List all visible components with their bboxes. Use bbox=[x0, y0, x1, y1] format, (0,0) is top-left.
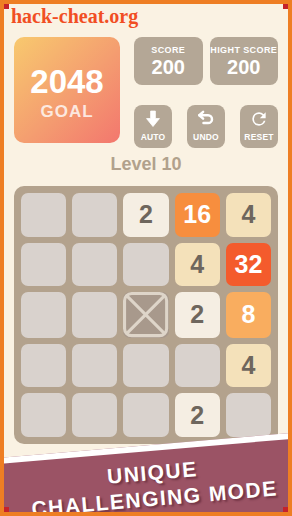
tile-2: 2 bbox=[175, 393, 220, 437]
high-score-label: HIGHT SCORE bbox=[210, 45, 277, 55]
tile-4: 4 bbox=[226, 344, 271, 388]
goal-label: GOAL bbox=[40, 102, 93, 122]
score-value: 200 bbox=[152, 56, 185, 78]
empty-cell bbox=[123, 393, 168, 437]
reset-button[interactable]: RESET bbox=[240, 105, 278, 148]
tile-32: 32 bbox=[226, 243, 271, 287]
empty-cell bbox=[72, 193, 117, 237]
empty-cell bbox=[72, 344, 117, 388]
header-right: SCORE 200 HIGHT SCORE 200 AUTO bbox=[134, 37, 278, 148]
tile-16: 16 bbox=[175, 193, 220, 237]
board[interactable]: 21644322842 bbox=[14, 186, 278, 444]
score-box: SCORE 200 bbox=[134, 37, 203, 85]
empty-cell bbox=[21, 344, 66, 388]
score-row: SCORE 200 HIGHT SCORE 200 bbox=[134, 37, 278, 85]
empty-cell bbox=[175, 344, 220, 388]
header: 2048 GOAL SCORE 200 HIGHT SCORE 200 bbox=[14, 37, 278, 148]
empty-cell bbox=[21, 393, 66, 437]
auto-button-label: AUTO bbox=[141, 132, 166, 142]
corner-marker bbox=[0, 0, 9, 9]
empty-cell bbox=[226, 393, 271, 437]
high-score-box: HIGHT SCORE 200 bbox=[210, 37, 279, 85]
blocked-cell bbox=[123, 292, 168, 337]
tile-4: 4 bbox=[226, 193, 271, 237]
goal-tile: 2048 GOAL bbox=[14, 37, 120, 143]
empty-cell bbox=[21, 193, 66, 237]
corner-marker bbox=[283, 0, 292, 9]
undo-arrow-icon bbox=[196, 109, 216, 129]
tile-2: 2 bbox=[123, 193, 168, 237]
goal-value: 2048 bbox=[30, 65, 103, 98]
level-indicator: Level 10 bbox=[4, 154, 288, 175]
tile-4: 4 bbox=[175, 243, 220, 287]
reset-arrow-icon bbox=[249, 109, 269, 129]
empty-cell bbox=[123, 344, 168, 388]
empty-cell bbox=[72, 292, 117, 337]
empty-cell bbox=[21, 292, 66, 337]
arrow-down-icon bbox=[143, 109, 163, 129]
empty-cell bbox=[72, 393, 117, 437]
reset-button-label: RESET bbox=[244, 132, 273, 142]
empty-cell bbox=[123, 243, 168, 287]
score-label: SCORE bbox=[151, 45, 185, 55]
app-frame: hack-cheat.org 2048 GOAL SCORE 200 HIGHT… bbox=[0, 0, 292, 516]
tile-8: 8 bbox=[226, 292, 271, 337]
x-icon bbox=[123, 292, 168, 337]
empty-cell bbox=[21, 243, 66, 287]
empty-cell bbox=[72, 243, 117, 287]
undo-button-label: UNDO bbox=[193, 132, 219, 142]
auto-button[interactable]: AUTO bbox=[134, 105, 172, 148]
tile-2: 2 bbox=[175, 292, 220, 337]
control-buttons: AUTO UNDO RESET bbox=[134, 105, 278, 148]
corner-marker bbox=[0, 507, 9, 516]
corner-marker bbox=[283, 507, 292, 516]
watermark: hack-cheat.org bbox=[11, 5, 138, 28]
high-score-value: 200 bbox=[227, 56, 260, 78]
undo-button[interactable]: UNDO bbox=[187, 105, 225, 148]
